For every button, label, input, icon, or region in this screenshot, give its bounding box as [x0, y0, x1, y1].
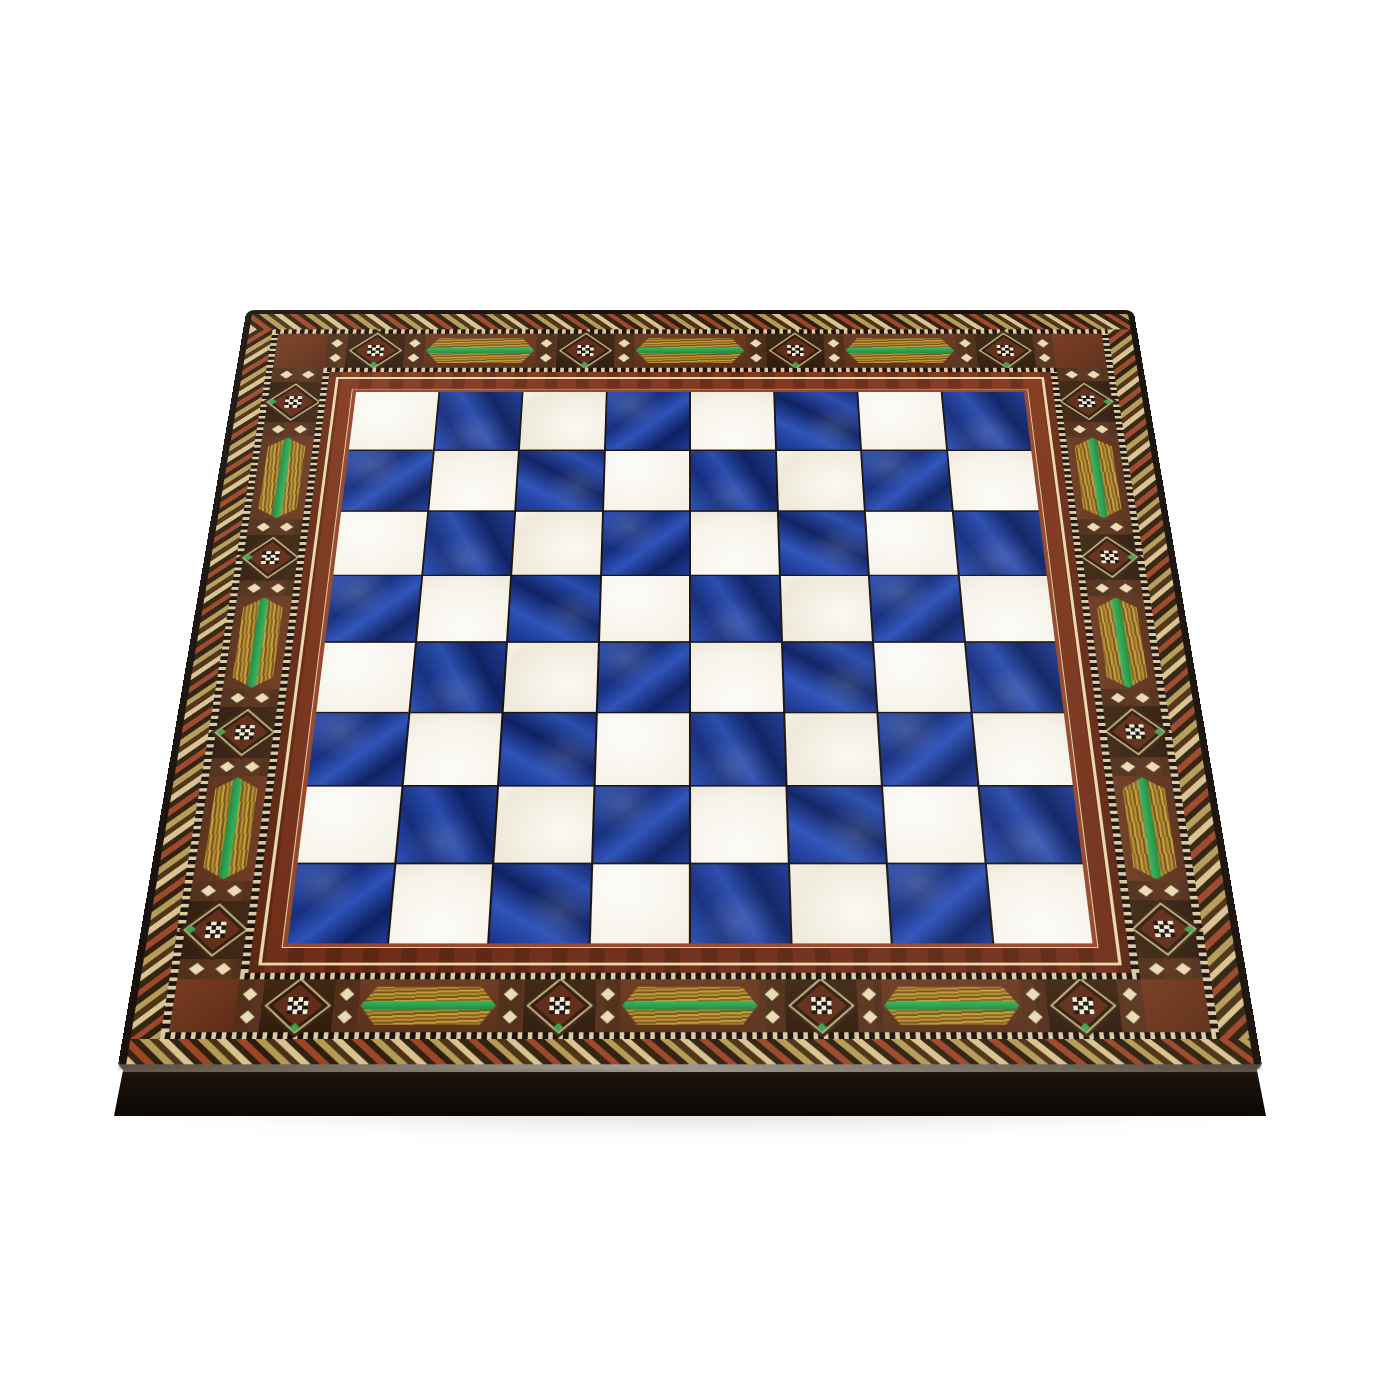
mosaic-bowtie-inlay	[1110, 759, 1171, 775]
mosaic-corner	[1052, 334, 1107, 368]
mosaic-diamond-medallion	[180, 901, 250, 959]
square-g5	[870, 576, 964, 642]
mosaic-diamond-medallion	[1103, 707, 1168, 758]
square-e4	[691, 643, 783, 712]
mosaic-bowtie-inlay	[1101, 690, 1160, 706]
mosaic-bowtie-inlay	[596, 979, 620, 1032]
mosaic-bowtie-inlay	[1138, 960, 1203, 978]
mosaic-bowtie-inlay	[220, 690, 279, 706]
photo-background	[0, 0, 1383, 1383]
mosaic-diamond-medallion	[766, 334, 825, 368]
square-b5	[417, 576, 511, 642]
square-h5	[959, 576, 1055, 642]
mosaic-diamond-medallion	[240, 535, 301, 580]
square-b3	[403, 713, 501, 785]
stripe-ribbon-top	[249, 314, 1130, 329]
square-d4	[597, 643, 689, 712]
mosaic-hexagon-inlay	[634, 334, 746, 368]
board-squares	[288, 392, 1093, 944]
square-f8	[775, 392, 860, 449]
square-h3	[972, 713, 1073, 785]
square-h4	[966, 643, 1064, 712]
square-c4	[504, 643, 598, 712]
mosaic-bowtie-inlay	[262, 423, 316, 436]
mosaic-bowtie-inlay	[1064, 423, 1118, 436]
square-f5	[780, 576, 872, 642]
mosaic-hexagon-inlay	[881, 979, 1025, 1032]
square-d6	[602, 512, 689, 575]
mosaic-bowtie-inlay	[955, 334, 977, 368]
square-g1	[888, 864, 992, 943]
square-c8	[520, 392, 605, 449]
mosaic-bowtie-inlay	[824, 334, 844, 368]
square-c2	[494, 787, 593, 863]
square-c1	[489, 864, 590, 943]
mosaic-bowtie-inlay	[237, 581, 294, 595]
square-b4	[410, 643, 506, 712]
square-a1	[288, 864, 394, 943]
mosaic-diamond-medallion	[1079, 535, 1140, 580]
square-b6	[423, 512, 514, 575]
mosaic-diamond-medallion	[1044, 979, 1122, 1032]
mosaic-bowtie-inlay	[1056, 368, 1109, 380]
square-f3	[785, 713, 881, 785]
square-e7	[691, 451, 777, 511]
square-d8	[605, 392, 689, 449]
square-a3	[307, 713, 408, 785]
mosaic-bowtie-inlay	[1127, 882, 1190, 900]
square-e6	[691, 512, 778, 575]
square-g8	[858, 392, 945, 449]
square-d1	[590, 864, 689, 943]
square-h1	[986, 864, 1092, 943]
stripe-ribbon-bottom	[126, 1039, 1254, 1064]
mosaic-diamond-medallion	[258, 979, 336, 1032]
square-d2	[593, 787, 689, 863]
square-d7	[604, 451, 690, 511]
mosaic-bowtie-inlay	[271, 368, 324, 380]
mosaic-bowtie-inlay	[761, 979, 785, 1032]
square-h7	[948, 451, 1039, 511]
square-e3	[691, 713, 785, 785]
side-slot-inlays	[143, 1089, 1237, 1096]
mosaic-diamond-medallion	[555, 334, 614, 368]
square-f7	[776, 451, 863, 511]
mosaic-diamond-medallion	[784, 979, 858, 1032]
chess-board	[117, 310, 1263, 1071]
mosaic-motif-strip-top	[324, 334, 1057, 368]
square-a4	[316, 643, 414, 712]
mosaic-hexagon-inlay	[423, 334, 537, 368]
square-g6	[866, 512, 957, 575]
square-f6	[778, 512, 867, 575]
mosaic-bowtie-inlay	[498, 979, 523, 1032]
square-d3	[595, 713, 689, 785]
mosaic-bowtie-inlay	[1033, 334, 1056, 368]
square-g4	[874, 643, 970, 712]
square-a5	[325, 576, 421, 642]
mosaic-bowtie-inlay	[190, 882, 253, 900]
square-a8	[349, 392, 438, 449]
square-f4	[783, 643, 877, 712]
square-b1	[388, 864, 492, 943]
mosaic-bowtie-inlay	[177, 960, 242, 978]
mosaic-diamond-medallion	[264, 382, 321, 422]
square-g2	[883, 787, 984, 863]
mosaic-corner	[1140, 979, 1211, 1032]
square-b8	[434, 392, 521, 449]
square-a6	[333, 512, 426, 575]
mosaic-diamond-medallion	[212, 707, 277, 758]
square-c3	[499, 713, 595, 785]
square-g7	[862, 451, 951, 511]
mosaic-bowtie-inlay	[209, 759, 270, 775]
square-b2	[396, 787, 497, 863]
square-b7	[429, 451, 518, 511]
dash-ticks	[160, 1032, 1220, 1039]
square-e5	[691, 576, 780, 642]
square-h2	[979, 787, 1082, 863]
square-a2	[298, 787, 401, 863]
mosaic-bowtie-inlay	[857, 979, 882, 1032]
mosaic-corner	[273, 334, 328, 368]
square-h8	[942, 392, 1031, 449]
square-d5	[600, 576, 689, 642]
square-f1	[789, 864, 890, 943]
square-c5	[508, 576, 600, 642]
mosaic-bowtie-inlay	[1077, 520, 1133, 534]
mosaic-diamond-medallion	[522, 979, 596, 1032]
mosaic-corner	[169, 979, 240, 1032]
mosaic-hexagon-inlay	[843, 334, 957, 368]
mosaic-bowtie-inlay	[247, 520, 303, 534]
mosaic-hexagon-inlay	[620, 979, 760, 1032]
square-e1	[691, 864, 790, 943]
square-h6	[953, 512, 1046, 575]
mosaic-diamond-medallion	[1058, 382, 1115, 422]
square-e8	[691, 392, 775, 449]
mosaic-bowtie-inlay	[403, 334, 425, 368]
square-a7	[341, 451, 432, 511]
mosaic-motif-strip-bottom	[232, 979, 1147, 1032]
mosaic-bowtie-inlay	[536, 334, 556, 368]
square-g3	[878, 713, 976, 785]
mosaic-bowtie-inlay	[615, 334, 634, 368]
mosaic-hexagon-inlay	[356, 979, 500, 1032]
mosaic-diamond-medallion	[974, 334, 1036, 368]
board-side-edge	[114, 1069, 1266, 1116]
square-e2	[691, 787, 787, 863]
square-c7	[516, 451, 603, 511]
mosaic-bowtie-inlay	[747, 334, 766, 368]
mosaic-diamond-medallion	[344, 334, 406, 368]
mosaic-bowtie-inlay	[1086, 581, 1143, 595]
square-c6	[512, 512, 601, 575]
side-edge-highlight	[114, 1069, 1266, 1072]
dash-ticks	[240, 973, 1141, 980]
mosaic-diamond-medallion	[1130, 901, 1200, 959]
square-f2	[787, 787, 886, 863]
